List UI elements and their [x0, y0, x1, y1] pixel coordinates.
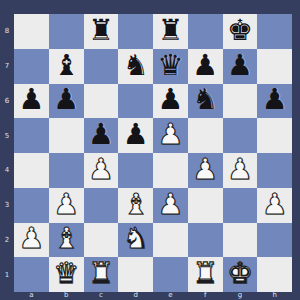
square-a7[interactable]	[14, 49, 49, 84]
white-bishop-b2: ♝	[53, 224, 79, 253]
square-g1[interactable]: ♚	[223, 257, 258, 292]
square-h1[interactable]	[257, 257, 292, 292]
square-b4[interactable]	[49, 153, 84, 188]
square-c7[interactable]	[84, 49, 119, 84]
square-d4[interactable]	[118, 153, 153, 188]
square-g7[interactable]: ♟	[223, 49, 258, 84]
square-h4[interactable]	[257, 153, 292, 188]
square-f4[interactable]: ♟	[188, 153, 223, 188]
board-frame: 87654321 ♜♜♚♝♞♛♟♟♟♟♟♞♟♟♟♟♟♟♟♟♝♟♟♟♝♞♛♜♜♚ …	[0, 0, 300, 300]
square-g8[interactable]: ♚	[223, 14, 258, 49]
black-rook-e8: ♜	[157, 16, 183, 45]
rank-label-5: 5	[0, 118, 14, 153]
square-e3[interactable]: ♟	[153, 188, 188, 223]
white-rook-c1: ♜	[88, 259, 114, 288]
square-a2[interactable]: ♟	[14, 223, 49, 258]
black-knight-f6: ♞	[192, 85, 218, 114]
square-d2[interactable]: ♞	[118, 223, 153, 258]
square-e4[interactable]	[153, 153, 188, 188]
file-label-e: e	[153, 291, 188, 300]
square-b5[interactable]	[49, 118, 84, 153]
rank-label-2: 2	[0, 223, 14, 258]
square-h5[interactable]	[257, 118, 292, 153]
square-f1[interactable]: ♜	[188, 257, 223, 292]
square-f8[interactable]	[188, 14, 223, 49]
black-pawn-g7: ♟	[227, 51, 253, 80]
white-knight-d2: ♞	[123, 224, 149, 253]
square-f7[interactable]: ♟	[188, 49, 223, 84]
square-d8[interactable]	[118, 14, 153, 49]
square-f5[interactable]	[188, 118, 223, 153]
square-b8[interactable]	[49, 14, 84, 49]
square-e1[interactable]	[153, 257, 188, 292]
square-e2[interactable]	[153, 223, 188, 258]
square-b1[interactable]: ♛	[49, 257, 84, 292]
white-pawn-c4: ♟	[88, 155, 114, 184]
square-f3[interactable]	[188, 188, 223, 223]
black-pawn-c5: ♟	[88, 120, 114, 149]
square-c3[interactable]	[84, 188, 119, 223]
square-b7[interactable]: ♝	[49, 49, 84, 84]
square-a4[interactable]	[14, 153, 49, 188]
square-h3[interactable]: ♟	[257, 188, 292, 223]
square-d1[interactable]	[118, 257, 153, 292]
square-g2[interactable]	[223, 223, 258, 258]
square-g5[interactable]	[223, 118, 258, 153]
white-pawn-g4: ♟	[227, 155, 253, 184]
square-b3[interactable]: ♟	[49, 188, 84, 223]
black-pawn-h6: ♟	[262, 85, 288, 114]
square-c4[interactable]: ♟	[84, 153, 119, 188]
black-pawn-a6: ♟	[18, 85, 44, 114]
square-d7[interactable]: ♞	[118, 49, 153, 84]
white-pawn-e5: ♟	[157, 120, 183, 149]
rank-label-7: 7	[0, 49, 14, 84]
square-e5[interactable]: ♟	[153, 118, 188, 153]
black-bishop-b7: ♝	[53, 51, 79, 80]
square-g3[interactable]	[223, 188, 258, 223]
white-queen-b1: ♛	[53, 259, 79, 288]
square-c2[interactable]	[84, 223, 119, 258]
file-label-d: d	[118, 291, 153, 300]
square-h8[interactable]	[257, 14, 292, 49]
black-king-g8: ♚	[227, 16, 253, 45]
file-label-b: b	[49, 291, 84, 300]
square-d6[interactable]	[118, 84, 153, 119]
file-label-f: f	[188, 291, 223, 300]
rank-label-4: 4	[0, 153, 14, 188]
rank-labels: 87654321	[0, 14, 14, 292]
file-labels: abcdefgh	[14, 291, 292, 300]
black-pawn-e6: ♟	[157, 85, 183, 114]
square-h6[interactable]: ♟	[257, 84, 292, 119]
square-b2[interactable]: ♝	[49, 223, 84, 258]
white-pawn-f4: ♟	[192, 155, 218, 184]
black-knight-d7: ♞	[123, 51, 149, 80]
white-pawn-b3: ♟	[53, 190, 79, 219]
square-d3[interactable]: ♝	[118, 188, 153, 223]
square-f6[interactable]: ♞	[188, 84, 223, 119]
black-pawn-d5: ♟	[123, 120, 149, 149]
black-pawn-b6: ♟	[53, 85, 79, 114]
file-label-a: a	[14, 291, 49, 300]
white-pawn-h3: ♟	[262, 190, 288, 219]
file-label-h: h	[257, 291, 292, 300]
square-c6[interactable]	[84, 84, 119, 119]
square-e8[interactable]: ♜	[153, 14, 188, 49]
white-bishop-d3: ♝	[123, 190, 149, 219]
square-f2[interactable]	[188, 223, 223, 258]
rank-label-3: 3	[0, 188, 14, 223]
square-a1[interactable]	[14, 257, 49, 292]
file-label-c: c	[84, 291, 119, 300]
square-a5[interactable]	[14, 118, 49, 153]
square-d5[interactable]: ♟	[118, 118, 153, 153]
rank-label-6: 6	[0, 84, 14, 119]
white-king-g1: ♚	[227, 259, 253, 288]
square-c1[interactable]: ♜	[84, 257, 119, 292]
black-rook-c8: ♜	[88, 16, 114, 45]
white-pawn-a2: ♟	[18, 224, 44, 253]
square-a8[interactable]	[14, 14, 49, 49]
white-rook-f1: ♜	[192, 259, 218, 288]
chess-board: ♜♜♚♝♞♛♟♟♟♟♟♞♟♟♟♟♟♟♟♟♝♟♟♟♝♞♛♜♜♚	[14, 14, 292, 292]
square-g6[interactable]	[223, 84, 258, 119]
rank-label-8: 8	[0, 14, 14, 49]
white-pawn-e3: ♟	[157, 190, 183, 219]
square-c5[interactable]: ♟	[84, 118, 119, 153]
square-c8[interactable]: ♜	[84, 14, 119, 49]
black-queen-e7: ♛	[157, 51, 183, 80]
square-a6[interactable]: ♟	[14, 84, 49, 119]
square-h7[interactable]	[257, 49, 292, 84]
rank-label-1: 1	[0, 257, 14, 292]
square-b6[interactable]: ♟	[49, 84, 84, 119]
black-pawn-f7: ♟	[192, 51, 218, 80]
square-e6[interactable]: ♟	[153, 84, 188, 119]
file-label-g: g	[223, 291, 258, 300]
square-h2[interactable]	[257, 223, 292, 258]
square-e7[interactable]: ♛	[153, 49, 188, 84]
square-g4[interactable]: ♟	[223, 153, 258, 188]
square-a3[interactable]	[14, 188, 49, 223]
